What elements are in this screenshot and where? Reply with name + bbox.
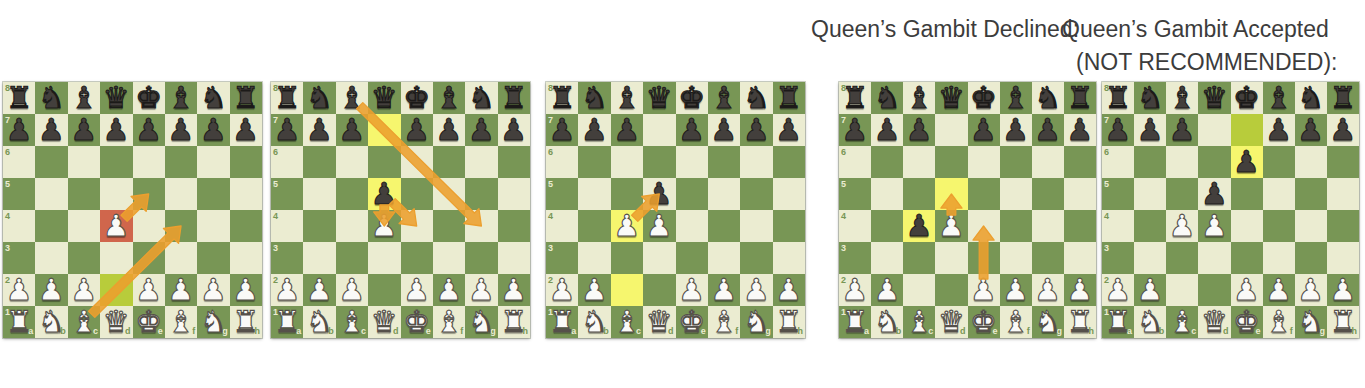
square-a5[interactable]: 5 (3, 178, 35, 210)
square-a6[interactable]: 6 (839, 146, 871, 178)
square-f4[interactable] (1263, 210, 1295, 242)
square-f1[interactable]: f♝ (708, 306, 740, 338)
square-a2[interactable]: 2♟ (1102, 274, 1134, 306)
square-d4[interactable]: ♟ (368, 210, 400, 242)
square-c3[interactable] (336, 242, 368, 274)
square-a4[interactable]: 4 (271, 210, 303, 242)
square-b1[interactable]: b♞ (35, 306, 67, 338)
square-c4[interactable]: ♟ (1166, 210, 1198, 242)
square-d8[interactable]: ♛ (935, 82, 967, 114)
square-c8[interactable]: ♝ (68, 82, 100, 114)
square-e4[interactable] (401, 210, 433, 242)
square-a7[interactable]: 7♟ (839, 114, 871, 146)
square-g8[interactable]: ♞ (197, 82, 229, 114)
square-h2[interactable]: ♟ (773, 274, 805, 306)
square-d7[interactable] (935, 114, 967, 146)
square-d1[interactable]: d♛ (368, 306, 400, 338)
square-e4[interactable] (133, 210, 165, 242)
square-h7[interactable]: ♟ (1327, 114, 1359, 146)
square-b1[interactable]: b♞ (578, 306, 610, 338)
square-f4[interactable] (1000, 210, 1032, 242)
square-e1[interactable]: e♚ (968, 306, 1000, 338)
square-d2[interactable] (1198, 274, 1230, 306)
square-h3[interactable] (773, 242, 805, 274)
square-b6[interactable] (35, 146, 67, 178)
square-c8[interactable]: ♝ (611, 82, 643, 114)
square-d1[interactable]: d♛ (100, 306, 132, 338)
square-d1[interactable]: d♛ (643, 306, 675, 338)
square-f1[interactable]: f♝ (1263, 306, 1295, 338)
square-g1[interactable]: g♞ (1295, 306, 1327, 338)
square-e6[interactable] (133, 146, 165, 178)
square-h8[interactable]: ♜ (498, 82, 530, 114)
square-d2[interactable] (935, 274, 967, 306)
square-c6[interactable] (611, 146, 643, 178)
square-f7[interactable]: ♟ (708, 114, 740, 146)
square-d8[interactable]: ♛ (100, 82, 132, 114)
square-g3[interactable] (1032, 242, 1064, 274)
square-f1[interactable]: f♝ (165, 306, 197, 338)
square-g2[interactable]: ♟ (1295, 274, 1327, 306)
square-e7[interactable]: ♟ (968, 114, 1000, 146)
square-b7[interactable]: ♟ (303, 114, 335, 146)
square-h1[interactable]: h♜ (1327, 306, 1359, 338)
square-f3[interactable] (165, 242, 197, 274)
square-a5[interactable]: 5 (1102, 178, 1134, 210)
square-h4[interactable] (230, 210, 262, 242)
square-d3[interactable] (1198, 242, 1230, 274)
square-f6[interactable] (165, 146, 197, 178)
square-a6[interactable]: 6 (1102, 146, 1134, 178)
square-d5[interactable]: ♟ (1198, 178, 1230, 210)
square-e5[interactable] (133, 178, 165, 210)
square-b4[interactable] (35, 210, 67, 242)
square-b1[interactable]: b♞ (1134, 306, 1166, 338)
square-e4[interactable] (676, 210, 708, 242)
square-g1[interactable]: g♞ (1032, 306, 1064, 338)
square-c7[interactable]: ♟ (68, 114, 100, 146)
square-h6[interactable] (1064, 146, 1096, 178)
square-b5[interactable] (578, 178, 610, 210)
square-f8[interactable]: ♝ (433, 82, 465, 114)
square-f6[interactable] (1263, 146, 1295, 178)
square-c2[interactable] (903, 274, 935, 306)
square-c1[interactable]: c♝ (68, 306, 100, 338)
square-b6[interactable] (578, 146, 610, 178)
square-h6[interactable] (230, 146, 262, 178)
square-b2[interactable]: ♟ (35, 274, 67, 306)
square-g2[interactable]: ♟ (740, 274, 772, 306)
square-e6[interactable] (676, 146, 708, 178)
square-c7[interactable]: ♟ (903, 114, 935, 146)
square-d6[interactable] (643, 146, 675, 178)
square-h5[interactable] (1064, 178, 1096, 210)
square-h3[interactable] (498, 242, 530, 274)
square-g8[interactable]: ♞ (1295, 82, 1327, 114)
square-d4[interactable]: ♟ (935, 210, 967, 242)
square-f6[interactable] (433, 146, 465, 178)
square-c4[interactable]: ♟ (903, 210, 935, 242)
square-a6[interactable]: 6 (3, 146, 35, 178)
square-h3[interactable] (1327, 242, 1359, 274)
square-e2[interactable]: ♟ (676, 274, 708, 306)
square-d7[interactable]: ♟ (100, 114, 132, 146)
square-b2[interactable]: ♟ (1134, 274, 1166, 306)
square-g1[interactable]: g♞ (740, 306, 772, 338)
square-f2[interactable]: ♟ (708, 274, 740, 306)
square-b6[interactable] (871, 146, 903, 178)
square-d4[interactable]: ♟ (100, 210, 132, 242)
square-e4[interactable] (1231, 210, 1263, 242)
square-d8[interactable]: ♛ (643, 82, 675, 114)
square-d7[interactable] (368, 114, 400, 146)
square-e6[interactable]: ♟ (1231, 146, 1263, 178)
square-g5[interactable] (1032, 178, 1064, 210)
square-g4[interactable] (197, 210, 229, 242)
square-f7[interactable]: ♟ (433, 114, 465, 146)
square-h5[interactable] (773, 178, 805, 210)
square-e3[interactable] (401, 242, 433, 274)
square-b4[interactable] (871, 210, 903, 242)
square-d1[interactable]: d♛ (935, 306, 967, 338)
square-b8[interactable]: ♞ (871, 82, 903, 114)
square-f6[interactable] (708, 146, 740, 178)
square-e8[interactable]: ♚ (133, 82, 165, 114)
square-c4[interactable] (336, 210, 368, 242)
square-e8[interactable]: ♚ (401, 82, 433, 114)
square-a7[interactable]: 7♟ (3, 114, 35, 146)
square-h2[interactable]: ♟ (498, 274, 530, 306)
square-a8[interactable]: 8♜ (546, 82, 578, 114)
square-c2[interactable]: ♟ (68, 274, 100, 306)
square-h6[interactable] (1327, 146, 1359, 178)
square-h5[interactable] (498, 178, 530, 210)
square-f5[interactable] (165, 178, 197, 210)
square-b8[interactable]: ♞ (303, 82, 335, 114)
square-h5[interactable] (230, 178, 262, 210)
square-c6[interactable] (336, 146, 368, 178)
square-d3[interactable] (935, 242, 967, 274)
square-g5[interactable] (740, 178, 772, 210)
square-d8[interactable]: ♛ (368, 82, 400, 114)
square-e3[interactable] (133, 242, 165, 274)
square-b8[interactable]: ♞ (578, 82, 610, 114)
square-g4[interactable] (1295, 210, 1327, 242)
square-g3[interactable] (740, 242, 772, 274)
square-b7[interactable]: ♟ (871, 114, 903, 146)
square-a8[interactable]: 8♜ (839, 82, 871, 114)
square-b7[interactable]: ♟ (578, 114, 610, 146)
square-f8[interactable]: ♝ (708, 82, 740, 114)
square-g3[interactable] (465, 242, 497, 274)
square-a1[interactable]: 1a♜ (3, 306, 35, 338)
square-g7[interactable]: ♟ (1295, 114, 1327, 146)
square-b2[interactable]: ♟ (303, 274, 335, 306)
square-h8[interactable]: ♜ (1327, 82, 1359, 114)
square-a6[interactable]: 6 (546, 146, 578, 178)
square-c4[interactable]: ♟ (611, 210, 643, 242)
square-d2[interactable] (100, 274, 132, 306)
square-g8[interactable]: ♞ (740, 82, 772, 114)
square-h4[interactable] (1327, 210, 1359, 242)
square-h6[interactable] (773, 146, 805, 178)
square-a2[interactable]: 2♟ (271, 274, 303, 306)
square-a3[interactable]: 3 (1102, 242, 1134, 274)
square-e3[interactable] (676, 242, 708, 274)
square-e8[interactable]: ♚ (676, 82, 708, 114)
square-b1[interactable]: b♞ (303, 306, 335, 338)
square-c1[interactable]: c♝ (903, 306, 935, 338)
square-g3[interactable] (1295, 242, 1327, 274)
square-d6[interactable] (1198, 146, 1230, 178)
square-b8[interactable]: ♞ (1134, 82, 1166, 114)
square-a4[interactable]: 4 (3, 210, 35, 242)
square-c5[interactable] (336, 178, 368, 210)
square-h4[interactable] (1064, 210, 1096, 242)
square-f8[interactable]: ♝ (165, 82, 197, 114)
square-e6[interactable] (401, 146, 433, 178)
square-f2[interactable]: ♟ (433, 274, 465, 306)
square-c5[interactable] (68, 178, 100, 210)
square-d6[interactable] (100, 146, 132, 178)
square-b5[interactable] (35, 178, 67, 210)
square-h7[interactable]: ♟ (230, 114, 262, 146)
square-d3[interactable] (643, 242, 675, 274)
square-g6[interactable] (197, 146, 229, 178)
square-c5[interactable] (903, 178, 935, 210)
square-d5[interactable] (100, 178, 132, 210)
square-g1[interactable]: g♞ (197, 306, 229, 338)
square-a5[interactable]: 5 (271, 178, 303, 210)
square-c1[interactable]: c♝ (611, 306, 643, 338)
square-c3[interactable] (903, 242, 935, 274)
square-c8[interactable]: ♝ (903, 82, 935, 114)
square-g8[interactable]: ♞ (465, 82, 497, 114)
square-e1[interactable]: e♚ (401, 306, 433, 338)
square-f3[interactable] (708, 242, 740, 274)
square-e1[interactable]: e♚ (676, 306, 708, 338)
square-g6[interactable] (740, 146, 772, 178)
square-b1[interactable]: b♞ (871, 306, 903, 338)
square-b4[interactable] (578, 210, 610, 242)
square-a4[interactable]: 4 (1102, 210, 1134, 242)
square-d5[interactable] (935, 178, 967, 210)
square-b8[interactable]: ♞ (35, 82, 67, 114)
square-d7[interactable] (643, 114, 675, 146)
square-e7[interactable]: ♟ (676, 114, 708, 146)
square-f8[interactable]: ♝ (1263, 82, 1295, 114)
square-b3[interactable] (303, 242, 335, 274)
square-g4[interactable] (740, 210, 772, 242)
square-a5[interactable]: 5 (839, 178, 871, 210)
square-h2[interactable]: ♟ (1064, 274, 1096, 306)
square-a8[interactable]: 8♜ (3, 82, 35, 114)
square-b7[interactable]: ♟ (1134, 114, 1166, 146)
square-b2[interactable]: ♟ (578, 274, 610, 306)
square-c2[interactable]: ♟ (336, 274, 368, 306)
square-d8[interactable]: ♛ (1198, 82, 1230, 114)
square-e5[interactable] (1231, 178, 1263, 210)
square-e5[interactable] (676, 178, 708, 210)
square-d3[interactable] (368, 242, 400, 274)
square-e3[interactable] (1231, 242, 1263, 274)
square-e5[interactable] (968, 178, 1000, 210)
square-d5[interactable]: ♟ (368, 178, 400, 210)
square-e5[interactable] (401, 178, 433, 210)
square-g2[interactable]: ♟ (1032, 274, 1064, 306)
square-d3[interactable] (100, 242, 132, 274)
square-a4[interactable]: 4 (839, 210, 871, 242)
square-b3[interactable] (871, 242, 903, 274)
square-b3[interactable] (578, 242, 610, 274)
square-g2[interactable]: ♟ (465, 274, 497, 306)
square-d6[interactable] (368, 146, 400, 178)
square-b5[interactable] (1134, 178, 1166, 210)
square-h8[interactable]: ♜ (230, 82, 262, 114)
square-f3[interactable] (433, 242, 465, 274)
square-h1[interactable]: h♜ (498, 306, 530, 338)
square-h1[interactable]: h♜ (773, 306, 805, 338)
square-e7[interactable]: ♟ (133, 114, 165, 146)
square-h4[interactable] (773, 210, 805, 242)
square-a3[interactable]: 3 (3, 242, 35, 274)
square-b2[interactable]: ♟ (871, 274, 903, 306)
square-c3[interactable] (1166, 242, 1198, 274)
square-f2[interactable]: ♟ (165, 274, 197, 306)
square-h5[interactable] (1327, 178, 1359, 210)
square-g3[interactable] (197, 242, 229, 274)
square-h8[interactable]: ♜ (1064, 82, 1096, 114)
square-d1[interactable]: d♛ (1198, 306, 1230, 338)
square-f8[interactable]: ♝ (1000, 82, 1032, 114)
square-h3[interactable] (230, 242, 262, 274)
square-a3[interactable]: 3 (271, 242, 303, 274)
square-d5[interactable]: ♟ (643, 178, 675, 210)
square-g7[interactable]: ♟ (197, 114, 229, 146)
square-a2[interactable]: 2♟ (3, 274, 35, 306)
square-f2[interactable]: ♟ (1000, 274, 1032, 306)
square-f5[interactable] (1263, 178, 1295, 210)
square-a2[interactable]: 2♟ (546, 274, 578, 306)
square-c4[interactable] (68, 210, 100, 242)
square-f5[interactable] (1000, 178, 1032, 210)
square-b3[interactable] (1134, 242, 1166, 274)
square-h2[interactable]: ♟ (230, 274, 262, 306)
square-c8[interactable]: ♝ (336, 82, 368, 114)
square-e4[interactable] (968, 210, 1000, 242)
square-g5[interactable] (465, 178, 497, 210)
square-e2[interactable]: ♟ (1231, 274, 1263, 306)
square-g5[interactable] (1295, 178, 1327, 210)
square-g1[interactable]: g♞ (465, 306, 497, 338)
square-e6[interactable] (968, 146, 1000, 178)
square-g7[interactable]: ♟ (740, 114, 772, 146)
square-b5[interactable] (871, 178, 903, 210)
square-c7[interactable]: ♟ (336, 114, 368, 146)
square-e3[interactable] (968, 242, 1000, 274)
square-b3[interactable] (35, 242, 67, 274)
square-d4[interactable]: ♟ (643, 210, 675, 242)
square-c1[interactable]: c♝ (1166, 306, 1198, 338)
square-a7[interactable]: 7♟ (546, 114, 578, 146)
square-c5[interactable] (1166, 178, 1198, 210)
square-h7[interactable]: ♟ (498, 114, 530, 146)
square-c7[interactable]: ♟ (1166, 114, 1198, 146)
square-c6[interactable] (68, 146, 100, 178)
square-h7[interactable]: ♟ (1064, 114, 1096, 146)
square-a1[interactable]: 1a♜ (546, 306, 578, 338)
square-a1[interactable]: 1a♜ (271, 306, 303, 338)
square-c3[interactable] (68, 242, 100, 274)
square-h6[interactable] (498, 146, 530, 178)
square-h1[interactable]: h♜ (230, 306, 262, 338)
square-a2[interactable]: 2♟ (839, 274, 871, 306)
square-f5[interactable] (708, 178, 740, 210)
square-h2[interactable]: ♟ (1327, 274, 1359, 306)
square-g8[interactable]: ♞ (1032, 82, 1064, 114)
square-g6[interactable] (1295, 146, 1327, 178)
square-d2[interactable] (643, 274, 675, 306)
square-a7[interactable]: 7♟ (1102, 114, 1134, 146)
square-d4[interactable]: ♟ (1198, 210, 1230, 242)
square-g6[interactable] (465, 146, 497, 178)
square-c6[interactable] (1166, 146, 1198, 178)
square-b4[interactable] (303, 210, 335, 242)
square-d7[interactable] (1198, 114, 1230, 146)
square-g6[interactable] (1032, 146, 1064, 178)
square-a3[interactable]: 3 (839, 242, 871, 274)
square-c6[interactable] (903, 146, 935, 178)
square-b6[interactable] (303, 146, 335, 178)
square-e1[interactable]: e♚ (1231, 306, 1263, 338)
square-c1[interactable]: c♝ (336, 306, 368, 338)
square-h7[interactable]: ♟ (773, 114, 805, 146)
square-g7[interactable]: ♟ (1032, 114, 1064, 146)
square-e2[interactable]: ♟ (401, 274, 433, 306)
square-h8[interactable]: ♜ (773, 82, 805, 114)
square-f2[interactable]: ♟ (1263, 274, 1295, 306)
square-f1[interactable]: f♝ (1000, 306, 1032, 338)
square-e7[interactable]: ♟ (401, 114, 433, 146)
square-d2[interactable] (368, 274, 400, 306)
square-h3[interactable] (1064, 242, 1096, 274)
square-f6[interactable] (1000, 146, 1032, 178)
square-c3[interactable] (611, 242, 643, 274)
square-h4[interactable] (498, 210, 530, 242)
square-h1[interactable]: h♜ (1064, 306, 1096, 338)
square-e2[interactable]: ♟ (968, 274, 1000, 306)
square-e7[interactable] (1231, 114, 1263, 146)
square-f7[interactable]: ♟ (1000, 114, 1032, 146)
square-f4[interactable] (708, 210, 740, 242)
square-f4[interactable] (165, 210, 197, 242)
square-a6[interactable]: 6 (271, 146, 303, 178)
square-c8[interactable]: ♝ (1166, 82, 1198, 114)
square-f5[interactable] (433, 178, 465, 210)
square-c2[interactable] (611, 274, 643, 306)
square-b4[interactable] (1134, 210, 1166, 242)
square-f7[interactable]: ♟ (1263, 114, 1295, 146)
square-a8[interactable]: 8♜ (1102, 82, 1134, 114)
square-c7[interactable]: ♟ (611, 114, 643, 146)
square-a4[interactable]: 4 (546, 210, 578, 242)
square-d6[interactable] (935, 146, 967, 178)
square-c5[interactable] (611, 178, 643, 210)
square-f3[interactable] (1263, 242, 1295, 274)
square-a5[interactable]: 5 (546, 178, 578, 210)
square-e8[interactable]: ♚ (1231, 82, 1263, 114)
square-g4[interactable] (465, 210, 497, 242)
